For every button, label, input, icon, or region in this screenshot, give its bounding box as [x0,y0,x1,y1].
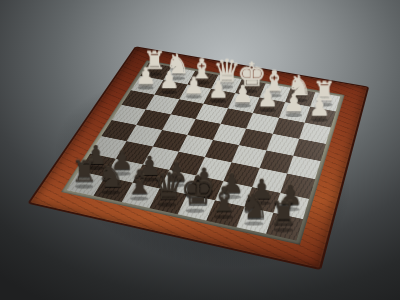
square-c4[interactable] [162,114,196,135]
board-tilt-wrapper: ♜♞♝♛♚♝♞♜♟♟♟♟♟♟♟♟♟♟♟♟♟♟♟♟♜♞♝♛♚♝♞♜ [27,46,369,270]
white-pawn[interactable]: ♟ [181,73,206,96]
scene-background: ♜♞♝♛♚♝♞♜♟♟♟♟♟♟♟♟♟♟♟♟♟♟♟♟♜♞♝♛♚♝♞♜ [0,0,400,300]
black-rook[interactable]: ♜ [70,157,99,187]
square-f5[interactable] [232,145,266,168]
square-g2[interactable]: ♟ [279,102,310,122]
white-pawn[interactable]: ♟ [306,95,332,119]
chess-board: ♜♞♝♛♚♝♞♜♟♟♟♟♟♟♟♟♟♟♟♟♟♟♟♟♜♞♝♛♚♝♞♜ [67,63,340,241]
white-pawn[interactable]: ♟ [133,65,158,88]
black-bishop[interactable]: ♝ [124,165,154,199]
black-bishop[interactable]: ♝ [209,183,239,218]
white-pawn[interactable]: ♟ [280,91,306,115]
white-pawn[interactable]: ♟ [205,77,231,101]
white-pawn[interactable]: ♟ [255,86,281,110]
board-trim: ♜♞♝♛♚♝♞♜♟♟♟♟♟♟♟♟♟♟♟♟♟♟♟♟♜♞♝♛♚♝♞♜ [61,60,345,244]
black-king[interactable]: ♚ [180,171,210,211]
black-queen[interactable]: ♛ [152,167,182,204]
square-h8[interactable]: ♜ [266,213,303,241]
white-pawn[interactable]: ♟ [157,69,182,92]
square-h4[interactable] [293,139,326,161]
3d-scene: ♜♞♝♛♚♝♞♜♟♟♟♟♟♟♟♟♟♟♟♟♟♟♟♟♜♞♝♛♚♝♞♜ [0,0,400,300]
black-rook[interactable]: ♜ [268,198,299,230]
black-knight[interactable]: ♞ [97,160,126,192]
square-f4[interactable] [239,129,272,151]
white-pawn[interactable]: ♟ [230,82,256,106]
board-frame: ♜♞♝♛♚♝♞♜♟♟♟♟♟♟♟♟♟♟♟♟♟♟♟♟♜♞♝♛♚♝♞♜ [27,46,369,270]
square-a3[interactable] [122,90,155,109]
square-h3[interactable] [299,122,331,143]
black-knight[interactable]: ♞ [238,190,269,224]
